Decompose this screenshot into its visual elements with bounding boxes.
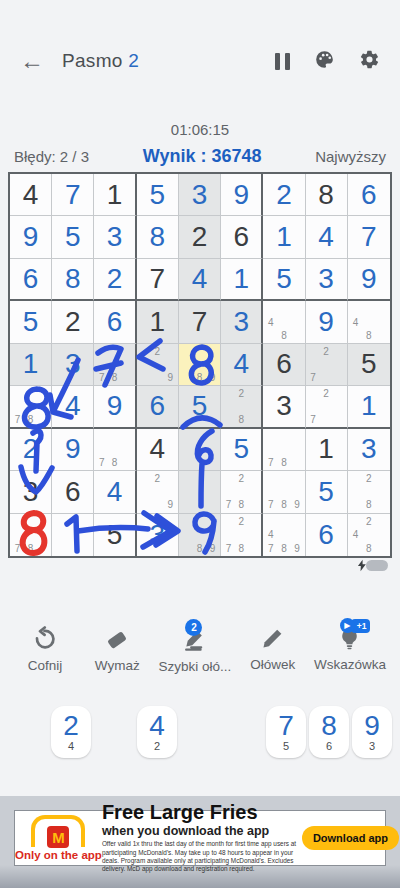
user-digit: 4 (192, 265, 208, 293)
pencil-notes: 28 (222, 387, 260, 425)
cell-r3c8[interactable]: 3 (306, 259, 348, 301)
tool-label: Szybki ołó... (159, 659, 232, 674)
cell-r1c7[interactable]: 2 (263, 174, 305, 216)
cell-r6c4[interactable]: 6 (137, 386, 179, 428)
cell-r8c8[interactable]: 5 (306, 471, 348, 513)
cell-r8c1[interactable]: 3 (10, 471, 52, 513)
user-digit: 2 (276, 181, 292, 209)
user-digit: 3 (318, 265, 334, 293)
cell-r2c6[interactable]: 6 (221, 216, 263, 258)
sudoku-board: 4715392869538261476827415395261734894813… (8, 172, 392, 558)
cell-r1c6[interactable]: 9 (221, 174, 263, 216)
given-digit: 1 (107, 181, 123, 209)
user-digit: 5 (149, 181, 165, 209)
cell-r6c2[interactable]: 4 (52, 386, 94, 428)
cell-r6c3[interactable]: 9 (94, 386, 136, 428)
errors-counter: Błędy: 2 / 3 (14, 148, 89, 165)
timer: 01:06:15 (0, 121, 400, 138)
pencil-notes: 4789 (264, 515, 303, 555)
cell-r8c2[interactable]: 6 (52, 471, 94, 513)
cell-r5c6[interactable]: 4 (221, 344, 263, 386)
cell-r9c8[interactable]: 6 (306, 514, 348, 556)
cell-r1c5[interactable]: 3 (179, 174, 221, 216)
tool-label: Cofnij (28, 658, 63, 673)
cell-r7c2[interactable]: 9 (52, 429, 94, 471)
user-digit: 4 (233, 350, 249, 378)
cell-r5c3[interactable]: 78 (94, 344, 136, 386)
user-digit: 7 (65, 181, 81, 209)
streak-number: 2 (128, 50, 139, 71)
numpad-digit: 9 (364, 712, 380, 740)
cell-r5c9[interactable]: 5 (348, 344, 390, 386)
numpad-remaining-count: 2 (154, 740, 160, 752)
tool-label: Wymaż (95, 658, 140, 673)
pencil-notes: 48 (349, 302, 389, 341)
golden-arches-icon: M (47, 826, 69, 848)
cell-r9c6[interactable]: 278 (221, 514, 263, 556)
cell-r3c1[interactable]: 6 (10, 259, 52, 301)
cell-r4c4[interactable]: 1 (137, 301, 179, 343)
user-digit: 1 (23, 350, 39, 378)
user-digit: 3 (192, 181, 208, 209)
ad-subhead: when you download the app (102, 824, 298, 838)
cell-r6c5[interactable]: 5 (179, 386, 221, 428)
cell-r1c8[interactable]: 8 (306, 174, 348, 216)
user-digit: 9 (318, 308, 334, 336)
cell-r4c8[interactable]: 9 (306, 301, 348, 343)
numpad-digit: 7 (278, 712, 294, 740)
numpad-7[interactable]: 75 (266, 706, 306, 758)
pencil-notes: 278 (222, 472, 260, 511)
cell-r2c7[interactable]: 1 (263, 216, 305, 258)
cell-r1c4[interactable]: 5 (137, 174, 179, 216)
user-digit: 5 (276, 265, 292, 293)
pencil-notes: 78 (95, 345, 133, 384)
user-digit: 3 (107, 223, 123, 251)
user-digit: 1 (361, 392, 377, 420)
cell-r6c1[interactable]: 78 (10, 386, 52, 428)
given-digit: 4 (23, 181, 39, 209)
user-digit: 3 (149, 521, 165, 549)
cell-r9c1[interactable]: 78 (10, 514, 52, 556)
user-digit: 5 (23, 308, 39, 336)
download-app-button[interactable]: Download app (302, 826, 399, 850)
cell-r7c5[interactable] (179, 429, 221, 471)
battery-saver-toggle[interactable] (355, 558, 388, 573)
numpad-8[interactable]: 86 (309, 706, 349, 758)
user-digit: 2 (107, 265, 123, 293)
ad-banner[interactable]: M Only on the app Free Large Fries when … (14, 810, 386, 866)
cell-r4c9[interactable]: 48 (348, 301, 390, 343)
cell-r1c3[interactable]: 1 (94, 174, 136, 216)
user-digit: 6 (23, 265, 39, 293)
difficulty-label: Najwyższy (315, 148, 386, 165)
given-digit: 7 (149, 265, 165, 293)
user-digit: 9 (107, 392, 123, 420)
user-digit: 4 (107, 478, 123, 506)
cell-r2c3[interactable]: 3 (94, 216, 136, 258)
cell-r2c5[interactable]: 2 (179, 216, 221, 258)
user-digit: 6 (361, 181, 377, 209)
numpad-remaining-count: 3 (369, 740, 375, 752)
cell-r2c2[interactable]: 5 (52, 216, 94, 258)
numpad-9[interactable]: 93 (352, 706, 392, 758)
user-digit: 1 (276, 223, 292, 251)
pencil-notes: 78 (95, 430, 133, 469)
user-digit: 7 (361, 223, 377, 251)
cell-r8c7[interactable]: 789 (263, 471, 305, 513)
user-digit: 6 (318, 521, 334, 549)
cell-r9c3[interactable]: 5 (94, 514, 136, 556)
cell-r7c4[interactable]: 4 (137, 429, 179, 471)
pencil-notes: 278 (222, 515, 260, 555)
cell-r7c3[interactable]: 78 (94, 429, 136, 471)
toolbar: CofnijWymaż2Szybki ołó...Ołówek▶+1Wskazó… (0, 626, 400, 674)
given-digit: 5 (361, 350, 377, 378)
cell-r5c2[interactable]: 3 (52, 344, 94, 386)
cell-r4c5[interactable]: 7 (179, 301, 221, 343)
header: ← Pasmo 2 (0, 46, 400, 76)
user-digit: 9 (233, 181, 249, 209)
pencil-notes: 27 (307, 387, 346, 425)
pencil-notes: 78 (264, 430, 303, 469)
cell-r8c5[interactable] (179, 471, 221, 513)
cell-r5c4[interactable]: 29 (137, 344, 179, 386)
user-digit: 4 (65, 392, 81, 420)
cell-r9c5[interactable]: 89 (179, 514, 221, 556)
user-digit: 4 (318, 223, 334, 251)
pause-icon[interactable] (275, 53, 290, 70)
mcdonalds-logo: M Only on the app (15, 815, 102, 861)
pencil-notes: 78 (11, 515, 50, 555)
cell-r2c8[interactable]: 4 (306, 216, 348, 258)
cell-r8c3[interactable]: 4 (94, 471, 136, 513)
ad-fine-print: Offer valid 1x thru the last day of the … (102, 840, 298, 873)
cell-r9c7[interactable]: 4789 (263, 514, 305, 556)
numpad-digit: 4 (149, 712, 165, 740)
cell-r4c1[interactable]: 5 (10, 301, 52, 343)
quick-pencil-button[interactable]: 2Szybki ołó... (159, 626, 232, 674)
undo-button[interactable]: Cofnij (14, 626, 76, 674)
pencil-notes: 29 (138, 472, 177, 511)
cell-r3c5[interactable]: 4 (179, 259, 221, 301)
numpad-digit: 2 (63, 712, 79, 740)
numpad-remaining-count: 6 (326, 740, 332, 752)
cell-r7c6[interactable]: 5 (221, 429, 263, 471)
pencil-notes: 78 (11, 387, 50, 425)
given-digit: 6 (276, 350, 292, 378)
cell-r5c1[interactable]: 1 (10, 344, 52, 386)
cell-r2c4[interactable]: 8 (137, 216, 179, 258)
given-digit: 8 (318, 181, 334, 209)
cell-r8c9[interactable]: 28 (348, 471, 390, 513)
number-pad: 2442758693 (8, 706, 392, 758)
user-digit: 1 (233, 265, 249, 293)
given-digit: 3 (23, 478, 39, 506)
cell-r6c6[interactable]: 28 (221, 386, 263, 428)
ad-tagline: Only on the app (15, 849, 102, 861)
cell-r1c2[interactable]: 7 (52, 174, 94, 216)
user-digit: 5 (65, 223, 81, 251)
pencil-notes: 28 (349, 472, 389, 511)
stats-row: Błędy: 2 / 3 Wynik : 36748 Najwyższy (14, 146, 386, 167)
pencil-notes: 89 (180, 515, 219, 555)
pencil-notes: 29 (138, 345, 177, 384)
cell-r3c6[interactable]: 1 (221, 259, 263, 301)
cell-r7c9[interactable]: 3 (348, 429, 390, 471)
score: Wynik : 36748 (89, 146, 315, 167)
user-digit: 9 (361, 265, 377, 293)
given-digit: 3 (276, 392, 292, 420)
numpad-digit: 8 (321, 712, 337, 740)
user-digit: 5 (192, 392, 208, 420)
user-digit: 5 (233, 435, 249, 463)
numpad-4[interactable]: 42 (137, 706, 177, 758)
user-digit: 3 (233, 308, 249, 336)
ad-headline: Free Large Fries (102, 802, 298, 822)
cell-r9c2[interactable] (52, 514, 94, 556)
cell-r3c7[interactable]: 5 (263, 259, 305, 301)
play-icon: ▶ (340, 618, 355, 633)
given-digit: 1 (318, 435, 334, 463)
user-digit: 3 (65, 350, 81, 378)
pencil-notes: 48 (264, 302, 303, 341)
cell-r6c7[interactable]: 3 (263, 386, 305, 428)
cell-r3c4[interactable]: 7 (137, 259, 179, 301)
ad-band: M Only on the app Free Large Fries when … (0, 796, 400, 888)
cell-r8c6[interactable]: 278 (221, 471, 263, 513)
pencil-button[interactable]: Ołówek (242, 626, 304, 674)
cell-r1c1[interactable]: 4 (10, 174, 52, 216)
hint-ad-badge: ▶+1 (340, 618, 371, 633)
user-digit: 8 (65, 265, 81, 293)
pencil-notes: 789 (264, 472, 303, 511)
cell-r4c2[interactable]: 2 (52, 301, 94, 343)
user-digit: 3 (361, 435, 377, 463)
cell-r2c9[interactable]: 7 (348, 216, 390, 258)
cell-r6c8[interactable]: 27 (306, 386, 348, 428)
given-digit: 7 (192, 308, 208, 336)
numpad-2[interactable]: 24 (51, 706, 91, 758)
cell-r4c6[interactable]: 3 (221, 301, 263, 343)
cell-r5c7[interactable]: 6 (263, 344, 305, 386)
given-digit: 2 (65, 308, 81, 336)
tool-label: Wskazówka (314, 657, 386, 672)
palette-icon[interactable] (314, 49, 335, 74)
cell-r5c5[interactable]: 89 (179, 344, 221, 386)
cell-r3c2[interactable]: 8 (52, 259, 94, 301)
pencil-notes: 248 (349, 515, 389, 555)
given-digit: 6 (65, 478, 81, 506)
cell-r7c7[interactable]: 78 (263, 429, 305, 471)
tool-label: Ołówek (250, 657, 295, 672)
settings-gear-icon[interactable] (359, 49, 380, 74)
back-icon[interactable]: ← (20, 47, 48, 75)
user-digit: 6 (107, 308, 123, 336)
numpad-remaining-count: 5 (283, 740, 289, 752)
cell-r6c9[interactable]: 1 (348, 386, 390, 428)
pencil-notes: 89 (180, 345, 219, 384)
board-area: 4715392869538261476827415395261734894813… (8, 172, 392, 558)
user-digit: 2 (23, 435, 39, 463)
cell-r1c9[interactable]: 6 (348, 174, 390, 216)
given-digit: 5 (107, 521, 123, 549)
cell-r7c1[interactable]: 2 (10, 429, 52, 471)
user-digit: 9 (65, 435, 81, 463)
user-digit: 9 (23, 223, 39, 251)
user-digit: 8 (149, 223, 165, 251)
cell-r3c9[interactable]: 9 (348, 259, 390, 301)
eraser-button[interactable]: Wymaż (86, 626, 148, 674)
given-digit: 1 (149, 308, 165, 336)
cell-r7c8[interactable]: 1 (306, 429, 348, 471)
given-digit: 2 (192, 223, 208, 251)
pencil-notes: 27 (307, 345, 346, 384)
cell-r8c4[interactable]: 29 (137, 471, 179, 513)
app-arch-icon: M (31, 815, 85, 847)
cell-r2c1[interactable]: 9 (10, 216, 52, 258)
numpad-remaining-count: 4 (68, 740, 74, 752)
hint-button[interactable]: ▶+1Wskazówka (314, 626, 386, 674)
cell-r3c3[interactable]: 2 (94, 259, 136, 301)
given-digit: 4 (149, 435, 165, 463)
cell-r9c4[interactable]: 3 (137, 514, 179, 556)
given-digit: 6 (233, 223, 249, 251)
page-title: Pasmo 2 (62, 50, 139, 72)
user-digit: 6 (149, 392, 165, 420)
user-digit: 5 (318, 478, 334, 506)
toggle-pill (366, 560, 388, 571)
cell-r5c8[interactable]: 27 (306, 344, 348, 386)
cell-r9c9[interactable]: 248 (348, 514, 390, 556)
cell-r4c3[interactable]: 6 (94, 301, 136, 343)
cell-r4c7[interactable]: 48 (263, 301, 305, 343)
